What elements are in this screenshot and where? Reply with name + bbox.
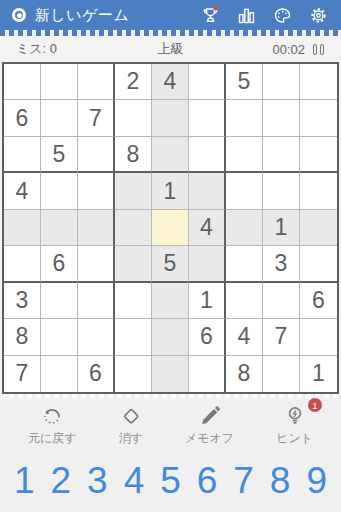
cell-r6c7[interactable] bbox=[226, 246, 263, 282]
trophy-button[interactable] bbox=[199, 4, 221, 26]
hint-badge: 1 bbox=[308, 398, 322, 412]
cell-r7c5[interactable] bbox=[152, 283, 189, 319]
cell-r6c9[interactable] bbox=[300, 246, 337, 282]
undo-label: 元に戻す bbox=[28, 430, 77, 447]
cell-r1c6[interactable] bbox=[189, 64, 226, 100]
cell-r8c5[interactable] bbox=[152, 319, 189, 355]
cell-r6c4[interactable] bbox=[115, 246, 152, 282]
cell-r9c7[interactable]: 8 bbox=[226, 356, 263, 392]
palette-button[interactable] bbox=[271, 4, 293, 26]
cell-r8c3[interactable] bbox=[78, 319, 115, 355]
cell-r5c5[interactable] bbox=[152, 210, 189, 246]
cell-r4c9[interactable] bbox=[300, 173, 337, 209]
cell-r3c9[interactable] bbox=[300, 137, 337, 173]
cell-r5c9[interactable] bbox=[300, 210, 337, 246]
cell-r4c2[interactable] bbox=[41, 173, 78, 209]
cell-r4c4[interactable] bbox=[115, 173, 152, 209]
undo-icon bbox=[40, 404, 64, 428]
numpad-8[interactable]: 8 bbox=[270, 462, 291, 499]
cell-r2c6[interactable] bbox=[189, 100, 226, 136]
numpad-3[interactable]: 3 bbox=[87, 462, 108, 499]
cell-r1c4[interactable]: 2 bbox=[115, 64, 152, 100]
cell-r1c9[interactable] bbox=[300, 64, 337, 100]
action-toolbar: 元に戻す 消す メモオフ 1 ヒント bbox=[0, 394, 341, 454]
cell-r9c9[interactable]: 1 bbox=[300, 356, 337, 392]
cell-r5c4[interactable] bbox=[115, 210, 152, 246]
numpad-6[interactable]: 6 bbox=[197, 462, 218, 499]
cell-r8c8[interactable]: 7 bbox=[263, 319, 300, 355]
cell-r2c2[interactable] bbox=[41, 100, 78, 136]
settings-button[interactable] bbox=[307, 4, 329, 26]
cell-r3c2[interactable]: 5 bbox=[41, 137, 78, 173]
cell-r8c4[interactable] bbox=[115, 319, 152, 355]
cell-r8c1[interactable]: 8 bbox=[4, 319, 41, 355]
cell-r6c6[interactable] bbox=[189, 246, 226, 282]
cell-r9c1[interactable]: 7 bbox=[4, 356, 41, 392]
numpad-7[interactable]: 7 bbox=[233, 462, 254, 499]
cell-r2c4[interactable] bbox=[115, 100, 152, 136]
cell-r4c8[interactable] bbox=[263, 173, 300, 209]
stats-button[interactable] bbox=[235, 4, 257, 26]
cell-r6c1[interactable] bbox=[4, 246, 41, 282]
cell-r7c1[interactable]: 3 bbox=[4, 283, 41, 319]
cell-r6c3[interactable] bbox=[78, 246, 115, 282]
memo-button[interactable]: メモオフ bbox=[185, 404, 234, 454]
cell-r4c7[interactable] bbox=[226, 173, 263, 209]
erase-label: 消す bbox=[119, 430, 143, 447]
cell-r6c5[interactable]: 5 bbox=[152, 246, 189, 282]
hint-button[interactable]: 1 ヒント bbox=[276, 404, 313, 454]
cell-r7c7[interactable] bbox=[226, 283, 263, 319]
settings-icon bbox=[308, 5, 329, 26]
cell-r2c5[interactable] bbox=[152, 100, 189, 136]
stats-icon bbox=[236, 5, 257, 26]
cell-r4c1[interactable]: 4 bbox=[4, 173, 41, 209]
cell-r8c9[interactable] bbox=[300, 319, 337, 355]
cell-r6c8[interactable]: 3 bbox=[263, 246, 300, 282]
cell-r4c3[interactable] bbox=[78, 173, 115, 209]
mistakes-label: ミス: 0 bbox=[16, 40, 119, 58]
cell-r9c6[interactable] bbox=[189, 356, 226, 392]
cell-r9c5[interactable] bbox=[152, 356, 189, 392]
cell-r7c2[interactable] bbox=[41, 283, 78, 319]
app-header: 新しいゲーム bbox=[0, 0, 341, 30]
cell-r1c3[interactable] bbox=[78, 64, 115, 100]
numpad-2[interactable]: 2 bbox=[51, 462, 72, 499]
numpad-9[interactable]: 9 bbox=[306, 462, 327, 499]
cell-r5c7[interactable] bbox=[226, 210, 263, 246]
record-icon bbox=[12, 8, 26, 22]
cell-r7c6[interactable]: 1 bbox=[189, 283, 226, 319]
cell-r9c3[interactable]: 6 bbox=[78, 356, 115, 392]
cell-r3c1[interactable] bbox=[4, 137, 41, 173]
cell-r7c3[interactable] bbox=[78, 283, 115, 319]
cell-r5c2[interactable] bbox=[41, 210, 78, 246]
cell-r8c6[interactable]: 6 bbox=[189, 319, 226, 355]
cell-r8c2[interactable] bbox=[41, 319, 78, 355]
cell-r5c3[interactable] bbox=[78, 210, 115, 246]
cell-r2c3[interactable]: 7 bbox=[78, 100, 115, 136]
cell-r4c5[interactable]: 1 bbox=[152, 173, 189, 209]
trophy-icon bbox=[200, 5, 221, 26]
cell-r3c5[interactable] bbox=[152, 137, 189, 173]
cell-r5c8[interactable]: 1 bbox=[263, 210, 300, 246]
sudoku-grid: 2456758414165331686477681 bbox=[2, 62, 339, 394]
cell-r7c9[interactable]: 6 bbox=[300, 283, 337, 319]
cell-r3c6[interactable] bbox=[189, 137, 226, 173]
numpad: 123456789 bbox=[0, 454, 341, 512]
cell-r5c1[interactable] bbox=[4, 210, 41, 246]
pause-icon bbox=[313, 44, 317, 55]
cell-r1c2[interactable] bbox=[41, 64, 78, 100]
cell-r4c6[interactable] bbox=[189, 173, 226, 209]
page-title: 新しいゲーム bbox=[35, 6, 129, 25]
cell-r9c4[interactable] bbox=[115, 356, 152, 392]
cell-r1c8[interactable] bbox=[263, 64, 300, 100]
palette-icon bbox=[272, 5, 293, 26]
cell-r2c7[interactable] bbox=[226, 100, 263, 136]
cell-r2c1[interactable]: 6 bbox=[4, 100, 41, 136]
cell-r3c3[interactable] bbox=[78, 137, 115, 173]
cell-r1c5[interactable]: 4 bbox=[152, 64, 189, 100]
cell-r3c7[interactable] bbox=[226, 137, 263, 173]
numpad-1[interactable]: 1 bbox=[14, 462, 35, 499]
cell-r3c4[interactable]: 8 bbox=[115, 137, 152, 173]
undo-button[interactable]: 元に戻す bbox=[28, 404, 77, 454]
header-icon-group bbox=[199, 4, 329, 26]
cell-r7c8[interactable] bbox=[263, 283, 300, 319]
status-bar: ミス: 0 上級 00:02 bbox=[0, 36, 341, 62]
cell-r2c8[interactable] bbox=[263, 100, 300, 136]
cell-r9c8[interactable] bbox=[263, 356, 300, 392]
cell-r9c2[interactable] bbox=[41, 356, 78, 392]
board-area: 2456758414165331686477681 bbox=[0, 62, 341, 394]
erase-button[interactable]: 消す bbox=[119, 404, 143, 454]
numpad-5[interactable]: 5 bbox=[160, 462, 181, 499]
timer-label: 00:02 bbox=[272, 42, 305, 57]
cell-r2c9[interactable] bbox=[300, 100, 337, 136]
cell-r1c7[interactable]: 5 bbox=[226, 64, 263, 100]
cell-r7c4[interactable] bbox=[115, 283, 152, 319]
cell-r8c7[interactable]: 4 bbox=[226, 319, 263, 355]
hint-label: ヒント bbox=[276, 430, 313, 447]
pause-button[interactable] bbox=[312, 43, 325, 56]
sudoku-app: 新しいゲーム bbox=[0, 0, 341, 512]
pencil-icon bbox=[198, 404, 222, 428]
cell-r5c6[interactable]: 4 bbox=[189, 210, 226, 246]
difficulty-label: 上級 bbox=[119, 40, 222, 58]
cell-r1c1[interactable] bbox=[4, 64, 41, 100]
numpad-4[interactable]: 4 bbox=[124, 462, 145, 499]
cell-r6c2[interactable]: 6 bbox=[41, 246, 78, 282]
eraser-icon bbox=[119, 404, 143, 428]
cell-r3c8[interactable] bbox=[263, 137, 300, 173]
hint-bulb-icon bbox=[283, 404, 307, 428]
memo-label: メモオフ bbox=[185, 430, 234, 447]
